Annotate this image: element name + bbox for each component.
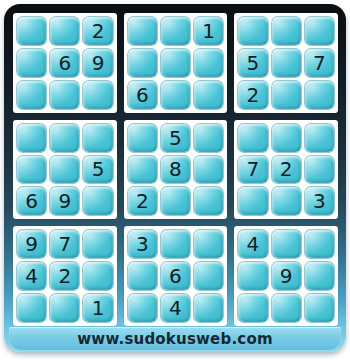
cell-r4c7[interactable] (238, 124, 267, 152)
cell-r6c7[interactable] (238, 187, 267, 215)
cell-r6c6[interactable] (194, 187, 223, 215)
cell-r8c2[interactable]: 2 (50, 262, 79, 290)
cell-r4c5[interactable]: 5 (161, 124, 190, 152)
cell-r7c1[interactable]: 9 (17, 230, 46, 258)
cell-r2c9[interactable]: 7 (305, 49, 334, 77)
cell-r1c6[interactable]: 1 (194, 17, 223, 45)
cell-r5c6[interactable] (194, 156, 223, 184)
cell-r4c6[interactable] (194, 124, 223, 152)
cell-r9c1[interactable] (17, 294, 46, 322)
block-2-3: 723 (234, 120, 338, 220)
block-1-3: 572 (234, 13, 338, 113)
cell-r8c9[interactable] (305, 262, 334, 290)
cell-r1c3[interactable]: 2 (83, 17, 112, 45)
cell-r9c7[interactable] (238, 294, 267, 322)
cell-r2c2[interactable]: 6 (50, 49, 79, 77)
board: 269165725695827239742136449 (13, 13, 338, 326)
cell-r2c6[interactable] (194, 49, 223, 77)
cell-r3c1[interactable] (17, 81, 46, 109)
block-3-2: 364 (124, 226, 228, 326)
cell-r6c1[interactable]: 6 (17, 187, 46, 215)
cell-r7c3[interactable] (83, 230, 112, 258)
cell-r3c5[interactable] (161, 81, 190, 109)
cell-r5c9[interactable] (305, 156, 334, 184)
cell-r6c2[interactable]: 9 (50, 187, 79, 215)
cell-r3c8[interactable] (272, 81, 301, 109)
site-link[interactable]: www.sudokusweb.com (77, 330, 272, 348)
cell-r5c8[interactable]: 2 (272, 156, 301, 184)
cell-r8c1[interactable]: 4 (17, 262, 46, 290)
cell-r6c5[interactable] (161, 187, 190, 215)
cell-r9c2[interactable] (50, 294, 79, 322)
cell-r5c4[interactable] (128, 156, 157, 184)
cell-r2c5[interactable] (161, 49, 190, 77)
cell-r5c7[interactable]: 7 (238, 156, 267, 184)
cell-r2c8[interactable] (272, 49, 301, 77)
cell-r3c3[interactable] (83, 81, 112, 109)
cell-r4c2[interactable] (50, 124, 79, 152)
cell-r1c5[interactable] (161, 17, 190, 45)
cell-r2c1[interactable] (17, 49, 46, 77)
cell-r5c5[interactable]: 8 (161, 156, 190, 184)
cell-r4c4[interactable] (128, 124, 157, 152)
block-1-1: 269 (13, 13, 117, 113)
block-3-1: 97421 (13, 226, 117, 326)
cell-r7c4[interactable]: 3 (128, 230, 157, 258)
cell-r6c3[interactable] (83, 187, 112, 215)
cell-r1c8[interactable] (272, 17, 301, 45)
cell-r5c1[interactable] (17, 156, 46, 184)
cell-r2c7[interactable]: 5 (238, 49, 267, 77)
cell-r6c9[interactable]: 3 (305, 187, 334, 215)
cell-r6c8[interactable] (272, 187, 301, 215)
block-3-3: 49 (234, 226, 338, 326)
cell-r8c8[interactable]: 9 (272, 262, 301, 290)
cell-r3c7[interactable]: 2 (238, 81, 267, 109)
cell-r7c8[interactable] (272, 230, 301, 258)
cell-r7c7[interactable]: 4 (238, 230, 267, 258)
cell-r3c9[interactable] (305, 81, 334, 109)
cell-r1c2[interactable] (50, 17, 79, 45)
cell-r1c7[interactable] (238, 17, 267, 45)
cell-r7c9[interactable] (305, 230, 334, 258)
cell-r3c4[interactable]: 6 (128, 81, 157, 109)
cell-r5c2[interactable] (50, 156, 79, 184)
cell-r5c3[interactable]: 5 (83, 156, 112, 184)
block-2-1: 569 (13, 120, 117, 220)
cell-r9c4[interactable] (128, 294, 157, 322)
cell-r9c8[interactable] (272, 294, 301, 322)
cell-r3c2[interactable] (50, 81, 79, 109)
cell-r4c9[interactable] (305, 124, 334, 152)
cell-r8c6[interactable] (194, 262, 223, 290)
cell-r4c8[interactable] (272, 124, 301, 152)
cell-r6c4[interactable]: 2 (128, 187, 157, 215)
cell-r7c2[interactable]: 7 (50, 230, 79, 258)
cell-r1c1[interactable] (17, 17, 46, 45)
cell-r8c4[interactable] (128, 262, 157, 290)
cell-r9c3[interactable]: 1 (83, 294, 112, 322)
cell-r4c3[interactable] (83, 124, 112, 152)
block-2-2: 582 (124, 120, 228, 220)
cell-r9c9[interactable] (305, 294, 334, 322)
block-1-2: 16 (124, 13, 228, 113)
cell-r4c1[interactable] (17, 124, 46, 152)
cell-r1c9[interactable] (305, 17, 334, 45)
cell-r2c3[interactable]: 9 (83, 49, 112, 77)
cell-r3c6[interactable] (194, 81, 223, 109)
cell-r9c6[interactable] (194, 294, 223, 322)
footer-bar: www.sudokusweb.com (9, 327, 341, 350)
board-frame: 269165725695827239742136449 www.sudokusw… (4, 4, 346, 352)
cell-r8c3[interactable] (83, 262, 112, 290)
cell-r2c4[interactable] (128, 49, 157, 77)
cell-r8c7[interactable] (238, 262, 267, 290)
cell-r7c5[interactable] (161, 230, 190, 258)
cell-r1c4[interactable] (128, 17, 157, 45)
cell-r7c6[interactable] (194, 230, 223, 258)
cell-r9c5[interactable]: 4 (161, 294, 190, 322)
cell-r8c5[interactable]: 6 (161, 262, 190, 290)
